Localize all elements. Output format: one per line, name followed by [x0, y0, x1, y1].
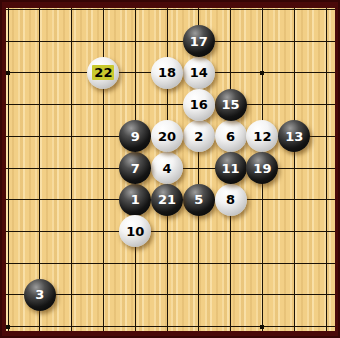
grid-line-horizontal: [6, 104, 335, 105]
move-number: 12: [253, 130, 271, 143]
move-number: 10: [126, 225, 144, 238]
grid-line-vertical: [326, 8, 327, 331]
move-number: 14: [190, 66, 208, 79]
grid-line-horizontal: [6, 231, 335, 232]
grid-line-vertical: [8, 8, 9, 331]
move-number: 6: [226, 130, 235, 143]
move-number: 2: [194, 130, 203, 143]
stone-18-white[interactable]: 18: [151, 57, 183, 89]
stone-7-black[interactable]: 7: [119, 152, 151, 184]
move-number: 4: [162, 162, 171, 175]
stone-12-white[interactable]: 12: [246, 120, 278, 152]
stone-9-black[interactable]: 9: [119, 120, 151, 152]
stone-14-white[interactable]: 14: [183, 57, 215, 89]
stone-2-white[interactable]: 2: [183, 120, 215, 152]
move-number: 20: [158, 130, 176, 143]
move-number: 7: [131, 162, 140, 175]
stone-20-white[interactable]: 20: [151, 120, 183, 152]
move-number: 8: [226, 193, 235, 206]
move-number: 19: [253, 162, 271, 175]
stone-1-black[interactable]: 1: [119, 184, 151, 216]
move-number: 9: [131, 130, 140, 143]
stone-22-white[interactable]: 22: [87, 57, 119, 89]
go-board[interactable]: 12345678910111213141516171819202122: [6, 8, 335, 331]
move-number: 3: [35, 288, 44, 301]
move-number: 17: [190, 35, 208, 48]
go-diagram: 12345678910111213141516171819202122: [0, 0, 340, 338]
star-point: [6, 71, 10, 75]
move-number: 16: [190, 98, 208, 111]
stone-19-black[interactable]: 19: [246, 152, 278, 184]
stone-13-black[interactable]: 13: [278, 120, 310, 152]
move-number: 18: [158, 66, 176, 79]
move-number: 15: [222, 98, 240, 111]
stone-16-white[interactable]: 16: [183, 89, 215, 121]
stone-10-white[interactable]: 10: [119, 215, 151, 247]
star-point: [6, 325, 10, 329]
last-move-number-highlight: 22: [92, 65, 114, 80]
move-number: 1: [131, 193, 140, 206]
star-point: [260, 71, 264, 75]
stone-6-white[interactable]: 6: [215, 120, 247, 152]
stone-5-black[interactable]: 5: [183, 184, 215, 216]
grid-line-horizontal: [6, 9, 335, 10]
grid-line-vertical: [71, 8, 72, 331]
stone-17-black[interactable]: 17: [183, 25, 215, 57]
stone-3-black[interactable]: 3: [24, 279, 56, 311]
move-number: 13: [285, 130, 303, 143]
stone-21-black[interactable]: 21: [151, 184, 183, 216]
stone-15-black[interactable]: 15: [215, 89, 247, 121]
move-number: 21: [158, 193, 176, 206]
grid-line-horizontal: [6, 41, 335, 42]
stone-8-white[interactable]: 8: [215, 184, 247, 216]
move-number: 11: [222, 162, 240, 175]
stone-11-black[interactable]: 11: [215, 152, 247, 184]
star-point: [260, 325, 264, 329]
stone-4-white[interactable]: 4: [151, 152, 183, 184]
grid-line-horizontal: [6, 326, 335, 327]
grid-line-vertical: [294, 8, 295, 331]
move-number: 5: [194, 193, 203, 206]
grid-line-horizontal: [6, 263, 335, 264]
